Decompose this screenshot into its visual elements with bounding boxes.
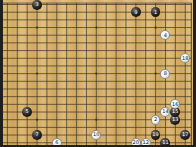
go-board-window: 1234567891011121314151617181920 — [0, 0, 196, 147]
stone-black-9: 9 — [131, 7, 141, 17]
stone-black-3: 3 — [32, 0, 42, 10]
stone-white-18: 18 — [180, 53, 190, 63]
move-number: 14 — [162, 109, 168, 114]
stone-black-19: 19 — [151, 130, 161, 140]
board-intersection[interactable]: 8 — [160, 70, 170, 78]
move-number: 12 — [142, 140, 148, 145]
stone-black-13: 13 — [170, 115, 180, 125]
board-intersection[interactable]: 7 — [32, 131, 42, 139]
move-number: 5 — [26, 109, 29, 114]
board-intersection[interactable]: 2 — [151, 116, 161, 124]
move-number: 18 — [182, 56, 188, 61]
board-right-edge — [193, 0, 196, 147]
move-number: 4 — [164, 32, 167, 37]
move-number: 2 — [154, 117, 157, 122]
move-number: 7 — [35, 132, 38, 137]
move-number: 1 — [154, 9, 157, 14]
board-intersection[interactable]: 15 — [170, 108, 180, 116]
board-intersection[interactable]: 17 — [180, 131, 190, 139]
board-left-edge — [0, 0, 3, 147]
move-number: 13 — [172, 117, 178, 122]
stone-black-17: 17 — [180, 130, 190, 140]
stone-black-7: 7 — [32, 130, 42, 140]
stone-white-8: 8 — [160, 69, 170, 79]
board-intersection[interactable]: 14 — [160, 108, 170, 116]
stone-black-5: 5 — [22, 107, 32, 117]
board-intersection[interactable]: 4 — [160, 31, 170, 39]
stone-white-10: 10 — [91, 130, 101, 140]
move-number: 10 — [93, 132, 99, 137]
board-intersection[interactable]: 16 — [170, 100, 180, 108]
stone-black-1: 1 — [151, 7, 161, 17]
go-board[interactable]: 1234567891011121314151617181920 — [2, 1, 190, 147]
board-intersection[interactable]: 18 — [180, 54, 190, 62]
move-number: 11 — [162, 140, 168, 145]
board-intersection[interactable]: 13 — [170, 116, 180, 124]
move-number: 8 — [164, 71, 167, 76]
stone-white-4: 4 — [160, 30, 170, 40]
board-intersection[interactable]: 10 — [91, 131, 101, 139]
board-bottom-edge — [0, 145, 196, 147]
board-intersection[interactable]: 1 — [151, 8, 161, 16]
move-number: 20 — [133, 140, 139, 145]
move-number: 17 — [182, 132, 188, 137]
move-number: 19 — [152, 132, 158, 137]
board-intersection[interactable]: 3 — [32, 1, 42, 9]
board-intersection[interactable]: 5 — [22, 108, 32, 116]
move-number: 3 — [35, 2, 38, 7]
stone-white-2: 2 — [151, 115, 161, 125]
move-number: 6 — [55, 140, 58, 145]
move-number: 15 — [172, 109, 178, 114]
stone-white-14: 14 — [160, 107, 170, 117]
board-intersection[interactable]: 9 — [131, 8, 141, 16]
board-intersection[interactable]: 19 — [151, 131, 161, 139]
move-number: 16 — [172, 102, 178, 107]
move-number: 9 — [134, 9, 137, 14]
